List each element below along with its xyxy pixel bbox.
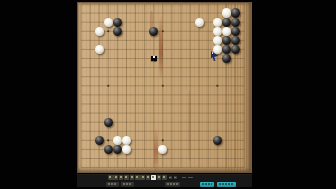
nav-button-4[interactable] [124, 175, 129, 180]
white-stone [104, 18, 113, 27]
white-stone [213, 18, 222, 27]
white-stone [122, 136, 131, 145]
extra-tool-icon[interactable] [169, 176, 173, 180]
nav-button-7[interactable] [140, 175, 145, 180]
black-stone [113, 145, 122, 154]
white-stone [113, 136, 122, 145]
white-stone [195, 18, 204, 27]
black-stone [231, 45, 240, 54]
black-stone [113, 18, 122, 27]
nav-button-11[interactable] [162, 175, 167, 180]
black-stone [222, 36, 231, 45]
black-stone [213, 136, 222, 145]
black-stone [231, 18, 240, 27]
white-stone [222, 8, 231, 17]
nav-button-1[interactable] [108, 175, 113, 180]
nav-button-3[interactable] [119, 175, 124, 180]
last-move-marker [151, 56, 157, 62]
white-stone [213, 45, 222, 54]
move-navigation-row [108, 175, 167, 180]
black-stone [104, 118, 113, 127]
white-stone [95, 27, 104, 36]
nav-button-6[interactable] [135, 175, 140, 180]
black-stone [222, 54, 231, 63]
nav-button-5[interactable] [130, 175, 135, 180]
nav-button-2[interactable] [113, 175, 118, 180]
action-button-3[interactable] [165, 182, 180, 187]
black-stone [231, 27, 240, 36]
black-stone [222, 45, 231, 54]
black-stone [231, 36, 240, 45]
black-stone [104, 145, 113, 154]
extra-tool-icon[interactable] [174, 176, 178, 180]
go-client-screen [0, 0, 336, 189]
action-button-2[interactable] [121, 182, 135, 187]
nav-button-10[interactable] [157, 175, 162, 180]
white-stone [213, 36, 222, 45]
primary-button-2[interactable] [217, 182, 237, 187]
nav-button-8[interactable] [146, 175, 151, 180]
bottom-toolbar [77, 174, 252, 187]
go-board[interactable] [77, 2, 252, 173]
nav-button-9[interactable] [151, 175, 156, 180]
white-stone [95, 45, 104, 54]
white-stone [222, 27, 231, 36]
status-text [182, 177, 186, 179]
action-button-1[interactable] [106, 182, 119, 187]
status-text [188, 177, 194, 179]
white-stone [122, 145, 131, 154]
black-stone [95, 136, 104, 145]
black-stone [231, 8, 240, 17]
primary-button-1[interactable] [200, 182, 214, 187]
black-stone [113, 27, 122, 36]
white-stone [213, 27, 222, 36]
black-stone [222, 18, 231, 27]
